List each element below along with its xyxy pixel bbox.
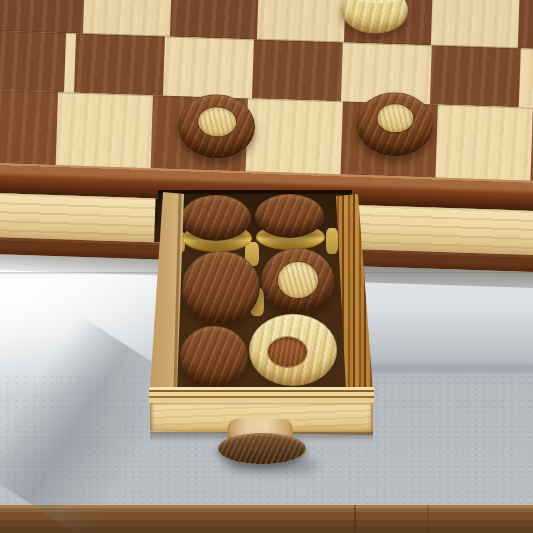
drawer-front-rim (149, 387, 374, 404)
checker-piece-drawer-light-front-right[interactable] (249, 314, 337, 386)
checker-inlay (278, 262, 318, 298)
checker-piece-board-dark-1[interactable] (177, 93, 256, 160)
checker-piece-drawer-dark-mid-right[interactable] (261, 248, 334, 313)
checker-piece-drawer-dark-back-right[interactable] (255, 194, 324, 238)
drawer-floor-patch (326, 228, 338, 254)
checker-inlay (377, 104, 414, 133)
checker-piece-drawer-dark-front-left[interactable] (180, 326, 248, 388)
checkers-board-photo (0, 0, 533, 533)
checker-piece-drawer-dark-mid-left[interactable] (182, 251, 260, 324)
checker-inlay (268, 337, 307, 367)
drawer-knob[interactable] (218, 433, 306, 464)
rail-seam (427, 505, 429, 533)
checker-top-face (338, 0, 412, 5)
checker-inlay (198, 107, 237, 137)
rail-seam (354, 505, 356, 533)
checker-piece-board-light-1[interactable] (340, 0, 409, 35)
checker-piece-board-dark-2[interactable] (355, 91, 434, 158)
storage-drawer[interactable] (130, 180, 392, 490)
checker-piece-drawer-dark-back-left[interactable] (181, 195, 251, 241)
